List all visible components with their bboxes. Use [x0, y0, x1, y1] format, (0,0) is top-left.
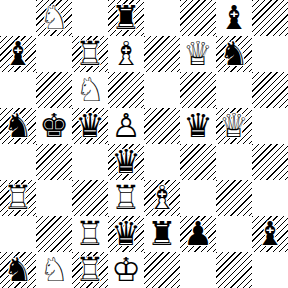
black-queen: ♛♛	[108, 216, 144, 252]
black-bishop: ♝♝	[252, 216, 288, 252]
black-knight-glyph: ♞	[216, 36, 252, 72]
square-a7[interactable]: ♝♝	[0, 36, 36, 72]
square-g1[interactable]	[216, 252, 252, 288]
black-bishop-glyph: ♝	[0, 36, 36, 72]
white-rook: ♜♖	[72, 252, 108, 288]
square-h3[interactable]	[252, 180, 288, 216]
white-queen-glyph: ♕	[216, 108, 252, 144]
white-knight: ♞♘	[36, 0, 72, 36]
black-queen: ♛♛	[108, 144, 144, 180]
square-e5[interactable]	[144, 108, 180, 144]
square-h8[interactable]	[252, 0, 288, 36]
black-pawn-glyph: ♟	[180, 216, 216, 252]
white-queen: ♛♕	[180, 36, 216, 72]
white-pawn: ♟♙	[108, 108, 144, 144]
square-g8[interactable]: ♝♝	[216, 0, 252, 36]
black-king: ♚♚	[36, 108, 72, 144]
black-rook-glyph: ♜	[144, 216, 180, 252]
square-f5[interactable]: ♛♛	[180, 108, 216, 144]
square-d7[interactable]: ♝♗	[108, 36, 144, 72]
white-rook-glyph: ♖	[72, 36, 108, 72]
square-a3[interactable]: ♜♖	[0, 180, 36, 216]
white-knight-glyph: ♘	[72, 72, 108, 108]
white-king: ♚♔	[108, 252, 144, 288]
square-h4[interactable]	[252, 144, 288, 180]
black-rook: ♜♜	[108, 0, 144, 36]
square-a8[interactable]	[0, 0, 36, 36]
square-f6[interactable]	[180, 72, 216, 108]
square-c5[interactable]: ♛♛	[72, 108, 108, 144]
white-bishop: ♝♗	[108, 36, 144, 72]
black-queen-glyph: ♛	[72, 108, 108, 144]
black-queen-glyph: ♛	[108, 216, 144, 252]
square-b3[interactable]	[36, 180, 72, 216]
square-g4[interactable]	[216, 144, 252, 180]
white-rook: ♜♖	[108, 180, 144, 216]
black-bishop: ♝♝	[216, 0, 252, 36]
square-g6[interactable]	[216, 72, 252, 108]
square-d8[interactable]: ♜♜	[108, 0, 144, 36]
square-d6[interactable]	[108, 72, 144, 108]
square-f7[interactable]: ♛♕	[180, 36, 216, 72]
square-h2[interactable]: ♝♝	[252, 216, 288, 252]
white-bishop: ♝♗	[144, 180, 180, 216]
square-c6[interactable]: ♞♘	[72, 72, 108, 108]
square-b6[interactable]	[36, 72, 72, 108]
square-f4[interactable]	[180, 144, 216, 180]
square-b8[interactable]: ♞♘	[36, 0, 72, 36]
black-knight: ♞♞	[0, 252, 36, 288]
square-b5[interactable]: ♚♚	[36, 108, 72, 144]
square-a4[interactable]	[0, 144, 36, 180]
black-knight: ♞♞	[0, 108, 36, 144]
square-e3[interactable]: ♝♗	[144, 180, 180, 216]
black-pawn: ♟♟	[180, 216, 216, 252]
square-c7[interactable]: ♜♖	[72, 36, 108, 72]
white-knight-glyph: ♘	[36, 0, 72, 36]
square-b2[interactable]	[36, 216, 72, 252]
white-rook-glyph: ♖	[72, 216, 108, 252]
square-f8[interactable]	[180, 0, 216, 36]
square-d5[interactable]: ♟♙	[108, 108, 144, 144]
square-e1[interactable]	[144, 252, 180, 288]
square-f1[interactable]	[180, 252, 216, 288]
square-b7[interactable]	[36, 36, 72, 72]
square-h5[interactable]	[252, 108, 288, 144]
white-queen: ♛♕	[216, 108, 252, 144]
square-a1[interactable]: ♞♞	[0, 252, 36, 288]
square-f3[interactable]	[180, 180, 216, 216]
white-rook-glyph: ♖	[72, 252, 108, 288]
square-e7[interactable]	[144, 36, 180, 72]
black-bishop-glyph: ♝	[216, 0, 252, 36]
square-a6[interactable]	[0, 72, 36, 108]
square-d4[interactable]: ♛♛	[108, 144, 144, 180]
white-rook-glyph: ♖	[108, 180, 144, 216]
square-c2[interactable]: ♜♖	[72, 216, 108, 252]
square-g5[interactable]: ♛♕	[216, 108, 252, 144]
square-c8[interactable]	[72, 0, 108, 36]
square-a2[interactable]	[0, 216, 36, 252]
square-g3[interactable]	[216, 180, 252, 216]
chessboard: ♞♘♜♜♝♝♝♝♜♖♝♗♛♕♞♞♞♘♞♞♚♚♛♛♟♙♛♛♛♕♛♛♜♖♜♖♝♗♜♖…	[0, 0, 288, 288]
black-knight-glyph: ♞	[0, 108, 36, 144]
black-queen: ♛♛	[180, 108, 216, 144]
square-e4[interactable]	[144, 144, 180, 180]
white-rook: ♜♖	[0, 180, 36, 216]
white-king-glyph: ♔	[108, 252, 144, 288]
square-f2[interactable]: ♟♟	[180, 216, 216, 252]
black-queen-glyph: ♛	[108, 144, 144, 180]
square-h7[interactable]	[252, 36, 288, 72]
white-rook: ♜♖	[72, 36, 108, 72]
square-e6[interactable]	[144, 72, 180, 108]
black-knight-glyph: ♞	[0, 252, 36, 288]
square-d2[interactable]: ♛♛	[108, 216, 144, 252]
square-h1[interactable]	[252, 252, 288, 288]
square-d1[interactable]: ♚♔	[108, 252, 144, 288]
square-e2[interactable]: ♜♜	[144, 216, 180, 252]
white-knight: ♞♘	[72, 72, 108, 108]
square-b1[interactable]: ♞♘	[36, 252, 72, 288]
black-knight: ♞♞	[216, 36, 252, 72]
white-rook-glyph: ♖	[0, 180, 36, 216]
black-rook: ♜♜	[144, 216, 180, 252]
square-b4[interactable]	[36, 144, 72, 180]
black-bishop-glyph: ♝	[252, 216, 288, 252]
square-g7[interactable]: ♞♞	[216, 36, 252, 72]
black-queen-glyph: ♛	[180, 108, 216, 144]
white-knight: ♞♘	[36, 252, 72, 288]
black-rook-glyph: ♜	[108, 0, 144, 36]
white-queen-glyph: ♕	[180, 36, 216, 72]
square-a5[interactable]: ♞♞	[0, 108, 36, 144]
square-c4[interactable]	[72, 144, 108, 180]
square-h6[interactable]	[252, 72, 288, 108]
white-rook: ♜♖	[72, 216, 108, 252]
white-pawn-glyph: ♙	[108, 108, 144, 144]
white-bishop-glyph: ♗	[108, 36, 144, 72]
square-e8[interactable]	[144, 0, 180, 36]
white-bishop-glyph: ♗	[144, 180, 180, 216]
black-bishop: ♝♝	[0, 36, 36, 72]
black-queen: ♛♛	[72, 108, 108, 144]
square-d3[interactable]: ♜♖	[108, 180, 144, 216]
white-knight-glyph: ♘	[36, 252, 72, 288]
black-king-glyph: ♚	[36, 108, 72, 144]
square-c3[interactable]	[72, 180, 108, 216]
square-c1[interactable]: ♜♖	[72, 252, 108, 288]
square-g2[interactable]	[216, 216, 252, 252]
